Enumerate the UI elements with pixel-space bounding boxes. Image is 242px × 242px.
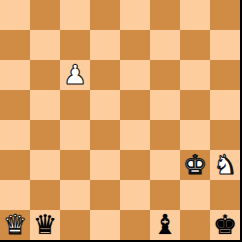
square-c6[interactable]: ♟ (60, 60, 90, 90)
square-d4[interactable] (90, 120, 120, 150)
square-f5[interactable] (150, 90, 180, 120)
square-h1[interactable]: ♚ (210, 210, 240, 240)
square-a5[interactable] (0, 90, 30, 120)
square-f6[interactable] (150, 60, 180, 90)
square-h5[interactable] (210, 90, 240, 120)
square-h3[interactable]: ♞ (210, 150, 240, 180)
square-c8[interactable] (60, 0, 90, 30)
square-e7[interactable] (120, 30, 150, 60)
square-c2[interactable] (60, 180, 90, 210)
square-d5[interactable] (90, 90, 120, 120)
white-knight-piece[interactable]: ♞ (213, 150, 237, 180)
square-b3[interactable] (30, 150, 60, 180)
black-queen-piece[interactable]: ♛ (33, 210, 57, 240)
square-b1[interactable]: ♛ (30, 210, 60, 240)
square-b4[interactable] (30, 120, 60, 150)
square-d2[interactable] (90, 180, 120, 210)
square-f1[interactable]: ♝ (150, 210, 180, 240)
square-f4[interactable] (150, 120, 180, 150)
white-queen-piece[interactable]: ♛ (3, 210, 27, 240)
square-g4[interactable] (180, 120, 210, 150)
square-h6[interactable] (210, 60, 240, 90)
square-c7[interactable] (60, 30, 90, 60)
square-e3[interactable] (120, 150, 150, 180)
square-b6[interactable] (30, 60, 60, 90)
square-g1[interactable] (180, 210, 210, 240)
square-f7[interactable] (150, 30, 180, 60)
square-e6[interactable] (120, 60, 150, 90)
square-g6[interactable] (180, 60, 210, 90)
square-d6[interactable] (90, 60, 120, 90)
square-d3[interactable] (90, 150, 120, 180)
square-g7[interactable] (180, 30, 210, 60)
square-c1[interactable] (60, 210, 90, 240)
square-a1[interactable]: ♛ (0, 210, 30, 240)
square-g8[interactable] (180, 0, 210, 30)
square-b8[interactable] (30, 0, 60, 30)
square-e8[interactable] (120, 0, 150, 30)
black-king-piece[interactable]: ♚ (213, 210, 237, 240)
square-c4[interactable] (60, 120, 90, 150)
square-d1[interactable] (90, 210, 120, 240)
white-pawn-piece[interactable]: ♟ (63, 60, 87, 90)
square-a6[interactable] (0, 60, 30, 90)
square-f3[interactable] (150, 150, 180, 180)
square-h8[interactable] (210, 0, 240, 30)
square-g2[interactable] (180, 180, 210, 210)
white-king-piece[interactable]: ♚ (183, 150, 207, 180)
square-d7[interactable] (90, 30, 120, 60)
square-e5[interactable] (120, 90, 150, 120)
square-g3[interactable]: ♚ (180, 150, 210, 180)
chess-board: ♟♚♞♛♛♝♚ (0, 0, 242, 242)
square-b5[interactable] (30, 90, 60, 120)
square-g5[interactable] (180, 90, 210, 120)
square-a4[interactable] (0, 120, 30, 150)
black-bishop-piece[interactable]: ♝ (153, 210, 177, 240)
square-h4[interactable] (210, 120, 240, 150)
square-c3[interactable] (60, 150, 90, 180)
square-e1[interactable] (120, 210, 150, 240)
square-a2[interactable] (0, 180, 30, 210)
square-c5[interactable] (60, 90, 90, 120)
square-f2[interactable] (150, 180, 180, 210)
square-a8[interactable] (0, 0, 30, 30)
square-a7[interactable] (0, 30, 30, 60)
square-f8[interactable] (150, 0, 180, 30)
square-d8[interactable] (90, 0, 120, 30)
square-a3[interactable] (0, 150, 30, 180)
square-b7[interactable] (30, 30, 60, 60)
square-h2[interactable] (210, 180, 240, 210)
square-h7[interactable] (210, 30, 240, 60)
square-b2[interactable] (30, 180, 60, 210)
square-e4[interactable] (120, 120, 150, 150)
square-e2[interactable] (120, 180, 150, 210)
chess-app: ♟♚♞♛♛♝♚ (0, 0, 242, 242)
